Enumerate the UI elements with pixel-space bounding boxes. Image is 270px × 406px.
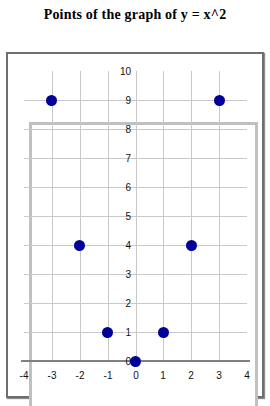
plot-area [29, 122, 258, 406]
x-tick-label: 1 [151, 369, 175, 382]
gridline-horizontal [24, 216, 247, 217]
y-tick-label: 5 [93, 210, 131, 223]
y-tick-label: 0 [93, 355, 131, 368]
y-tick-label: 6 [93, 181, 131, 194]
y-tick-label: 4 [93, 239, 131, 252]
data-point [130, 356, 141, 367]
gridline-horizontal [24, 332, 247, 333]
x-tick-label: -2 [68, 369, 92, 382]
y-tick-label: 2 [93, 297, 131, 310]
gridline-horizontal [24, 274, 247, 275]
x-tick-label: -4 [12, 369, 36, 382]
gridline-horizontal [24, 187, 247, 188]
x-tick-label: 0 [124, 369, 148, 382]
chart-canvas: Points of the graph of y = x^2 012345678… [0, 0, 270, 406]
gridline-horizontal [24, 158, 247, 159]
x-tick-label: -1 [96, 369, 120, 382]
gridline-horizontal [24, 303, 247, 304]
data-point [46, 95, 57, 106]
y-tick-label: 9 [93, 94, 131, 107]
data-point [158, 327, 169, 338]
chart-title: Points of the graph of y = x^2 [0, 7, 270, 23]
data-point [74, 240, 85, 251]
gridline-horizontal [24, 245, 247, 246]
y-tick-label: 3 [93, 268, 131, 281]
data-point [214, 95, 225, 106]
data-point [102, 327, 113, 338]
y-tick-label: 7 [93, 152, 131, 165]
chart-frame [6, 52, 264, 398]
x-tick-label: 3 [207, 369, 231, 382]
x-tick-label: 2 [179, 369, 203, 382]
y-tick-label: 8 [93, 123, 131, 136]
gridline-horizontal [24, 129, 247, 130]
x-tick-label: -3 [40, 369, 64, 382]
data-point [186, 240, 197, 251]
x-tick-label: 4 [235, 369, 259, 382]
y-tick-label: 10 [93, 65, 131, 78]
